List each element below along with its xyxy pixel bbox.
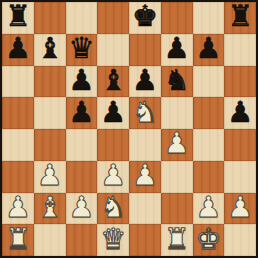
square-f2[interactable]	[161, 193, 193, 225]
square-d7[interactable]	[97, 34, 129, 66]
square-h1[interactable]	[224, 224, 256, 256]
piece-white-pawn[interactable]: ♟	[132, 161, 158, 190]
square-d1[interactable]: ♛	[97, 224, 129, 256]
square-d2[interactable]: ♞	[97, 193, 129, 225]
square-a6[interactable]	[2, 66, 34, 98]
piece-black-king[interactable]: ♚	[132, 2, 158, 31]
piece-white-bishop[interactable]: ♝	[37, 193, 63, 222]
square-b3[interactable]: ♟	[34, 161, 66, 193]
square-e6[interactable]: ♟	[129, 66, 161, 98]
piece-white-pawn[interactable]: ♟	[5, 193, 31, 222]
square-d8[interactable]	[97, 2, 129, 34]
square-g1[interactable]: ♚	[193, 224, 225, 256]
square-a5[interactable]	[2, 97, 34, 129]
square-c8[interactable]	[66, 2, 98, 34]
chess-board-frame: ♜♚♜♟♝♛♟♟♟♝♟♞♟♟♞♟♟♟♟♟♟♝♟♞♟♟♜♛♜♚	[0, 0, 258, 258]
piece-white-knight[interactable]: ♞	[132, 98, 158, 127]
piece-white-king[interactable]: ♚	[195, 225, 221, 254]
square-h8[interactable]: ♜	[224, 2, 256, 34]
square-g3[interactable]	[193, 161, 225, 193]
square-b8[interactable]	[34, 2, 66, 34]
square-g4[interactable]	[193, 129, 225, 161]
square-f6[interactable]: ♞	[161, 66, 193, 98]
square-b7[interactable]: ♝	[34, 34, 66, 66]
piece-white-pawn[interactable]: ♟	[227, 193, 253, 222]
square-e3[interactable]: ♟	[129, 161, 161, 193]
square-c5[interactable]: ♟	[66, 97, 98, 129]
piece-black-pawn[interactable]: ♟	[5, 34, 31, 63]
square-b5[interactable]	[34, 97, 66, 129]
square-b2[interactable]: ♝	[34, 193, 66, 225]
piece-white-queen[interactable]: ♛	[100, 225, 126, 254]
piece-black-pawn[interactable]: ♟	[132, 66, 158, 95]
square-d5[interactable]: ♟	[97, 97, 129, 129]
piece-white-rook[interactable]: ♜	[5, 225, 31, 254]
piece-white-pawn[interactable]: ♟	[195, 193, 221, 222]
piece-white-pawn[interactable]: ♟	[164, 129, 190, 158]
piece-white-knight[interactable]: ♞	[100, 193, 126, 222]
piece-black-pawn[interactable]: ♟	[68, 98, 94, 127]
square-c2[interactable]: ♟	[66, 193, 98, 225]
square-g5[interactable]	[193, 97, 225, 129]
square-a3[interactable]	[2, 161, 34, 193]
square-e7[interactable]	[129, 34, 161, 66]
chess-board: ♜♚♜♟♝♛♟♟♟♝♟♞♟♟♞♟♟♟♟♟♟♝♟♞♟♟♜♛♜♚	[2, 2, 256, 256]
square-a1[interactable]: ♜	[2, 224, 34, 256]
square-b1[interactable]	[34, 224, 66, 256]
piece-white-pawn[interactable]: ♟	[37, 161, 63, 190]
piece-black-pawn[interactable]: ♟	[68, 66, 94, 95]
square-h3[interactable]	[224, 161, 256, 193]
square-d6[interactable]: ♝	[97, 66, 129, 98]
square-f3[interactable]	[161, 161, 193, 193]
square-g7[interactable]: ♟	[193, 34, 225, 66]
square-a2[interactable]: ♟	[2, 193, 34, 225]
square-d3[interactable]: ♟	[97, 161, 129, 193]
square-c3[interactable]	[66, 161, 98, 193]
square-c6[interactable]: ♟	[66, 66, 98, 98]
piece-black-pawn[interactable]: ♟	[227, 98, 253, 127]
square-a7[interactable]: ♟	[2, 34, 34, 66]
piece-black-rook[interactable]: ♜	[5, 2, 31, 31]
square-g8[interactable]	[193, 2, 225, 34]
piece-black-pawn[interactable]: ♟	[164, 34, 190, 63]
square-e2[interactable]	[129, 193, 161, 225]
square-f5[interactable]	[161, 97, 193, 129]
piece-black-queen[interactable]: ♛	[68, 34, 94, 63]
square-c7[interactable]: ♛	[66, 34, 98, 66]
square-e4[interactable]	[129, 129, 161, 161]
square-f7[interactable]: ♟	[161, 34, 193, 66]
square-a4[interactable]	[2, 129, 34, 161]
square-h4[interactable]	[224, 129, 256, 161]
piece-black-bishop[interactable]: ♝	[37, 34, 63, 63]
square-g2[interactable]: ♟	[193, 193, 225, 225]
piece-black-rook[interactable]: ♜	[227, 2, 253, 31]
square-h7[interactable]	[224, 34, 256, 66]
piece-white-pawn[interactable]: ♟	[68, 193, 94, 222]
square-e1[interactable]	[129, 224, 161, 256]
piece-white-pawn[interactable]: ♟	[100, 161, 126, 190]
square-g6[interactable]	[193, 66, 225, 98]
square-e8[interactable]: ♚	[129, 2, 161, 34]
square-c1[interactable]	[66, 224, 98, 256]
square-f4[interactable]: ♟	[161, 129, 193, 161]
piece-white-rook[interactable]: ♜	[164, 225, 190, 254]
square-f8[interactable]	[161, 2, 193, 34]
square-d4[interactable]	[97, 129, 129, 161]
piece-black-pawn[interactable]: ♟	[195, 34, 221, 63]
square-c4[interactable]	[66, 129, 98, 161]
square-b6[interactable]	[34, 66, 66, 98]
piece-black-bishop[interactable]: ♝	[100, 66, 126, 95]
square-a8[interactable]: ♜	[2, 2, 34, 34]
square-b4[interactable]	[34, 129, 66, 161]
square-h5[interactable]: ♟	[224, 97, 256, 129]
square-e5[interactable]: ♞	[129, 97, 161, 129]
square-h6[interactable]	[224, 66, 256, 98]
square-h2[interactable]: ♟	[224, 193, 256, 225]
square-f1[interactable]: ♜	[161, 224, 193, 256]
piece-black-knight[interactable]: ♞	[164, 66, 190, 95]
piece-black-pawn[interactable]: ♟	[100, 98, 126, 127]
